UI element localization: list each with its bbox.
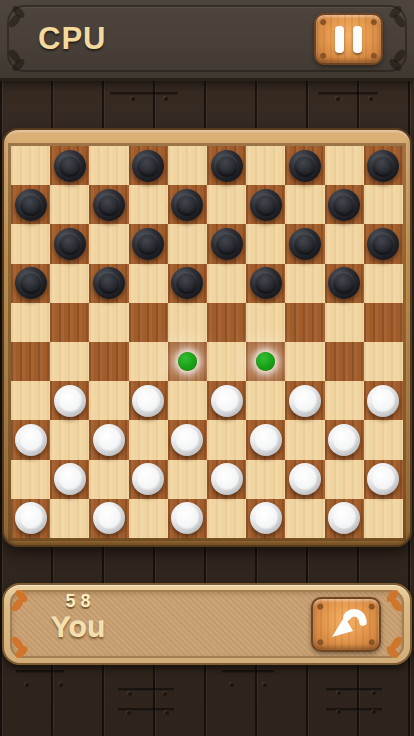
white-piece[interactable] (250, 502, 282, 534)
board-square (129, 342, 168, 381)
piece-face (332, 428, 356, 452)
piece-face (137, 155, 159, 177)
board-square[interactable] (207, 224, 246, 263)
white-piece[interactable] (132, 463, 164, 495)
piece-face (254, 428, 278, 452)
piece-face (58, 389, 82, 413)
plank-seam (318, 92, 378, 95)
piece-face (255, 272, 277, 294)
board-square (168, 460, 207, 499)
board-square[interactable] (50, 146, 89, 185)
board-square (325, 381, 364, 420)
black-piece[interactable] (289, 228, 321, 260)
board-square (129, 264, 168, 303)
black-piece[interactable] (211, 228, 243, 260)
white-piece[interactable] (367, 463, 399, 495)
board-square[interactable] (89, 420, 128, 459)
piece-face (372, 155, 394, 177)
white-piece[interactable] (171, 502, 203, 534)
board-square[interactable] (11, 499, 50, 538)
board-square[interactable] (129, 303, 168, 342)
piece-face (137, 233, 159, 255)
black-piece[interactable] (171, 189, 203, 221)
piece-face (294, 155, 316, 177)
board-square[interactable] (89, 499, 128, 538)
piece-face (97, 506, 121, 530)
white-piece[interactable] (367, 385, 399, 417)
board-square[interactable] (364, 460, 403, 499)
piece-face (175, 506, 199, 530)
black-piece[interactable] (367, 150, 399, 182)
white-piece[interactable] (289, 385, 321, 417)
black-piece[interactable] (250, 267, 282, 299)
white-piece[interactable] (211, 463, 243, 495)
black-piece[interactable] (328, 189, 360, 221)
corner-ornament (381, 589, 405, 613)
board-square[interactable] (168, 185, 207, 224)
piece-face (176, 272, 198, 294)
black-piece[interactable] (328, 267, 360, 299)
board-square[interactable] (246, 264, 285, 303)
piece-face (136, 467, 160, 491)
corner-ornament (384, 48, 408, 72)
player-info: 58 You (26, 591, 130, 642)
board-square[interactable] (168, 420, 207, 459)
board-square[interactable] (285, 460, 324, 499)
white-piece[interactable] (328, 502, 360, 534)
plank-seam (110, 92, 178, 95)
piece-face (19, 428, 43, 452)
board-square (207, 499, 246, 538)
board-square (11, 381, 50, 420)
white-piece[interactable] (54, 463, 86, 495)
board-square[interactable] (207, 381, 246, 420)
piece-face (372, 233, 394, 255)
board-square (246, 303, 285, 342)
white-piece[interactable] (93, 502, 125, 534)
board-square[interactable] (285, 303, 324, 342)
move-hint-dot[interactable] (256, 352, 275, 371)
board-square[interactable] (325, 264, 364, 303)
board-square (207, 420, 246, 459)
corner-ornament (381, 635, 405, 659)
board-square[interactable] (207, 146, 246, 185)
piece-face (254, 506, 278, 530)
board-square (364, 420, 403, 459)
board-square (50, 342, 89, 381)
board-square (50, 499, 89, 538)
undo-button[interactable] (311, 597, 381, 652)
piece-face (293, 389, 317, 413)
board-square[interactable] (364, 224, 403, 263)
board-square[interactable] (246, 499, 285, 538)
piece-face (293, 467, 317, 491)
board-square[interactable] (89, 264, 128, 303)
board-square[interactable] (246, 420, 285, 459)
white-piece[interactable] (93, 424, 125, 456)
piece-face (332, 506, 356, 530)
board-square[interactable] (50, 381, 89, 420)
opponent-name: CPU (38, 21, 106, 57)
board-square[interactable] (11, 420, 50, 459)
board-square[interactable] (325, 420, 364, 459)
piece-face (58, 467, 82, 491)
board-square[interactable] (364, 146, 403, 185)
piece-face (98, 272, 120, 294)
board-square[interactable] (325, 185, 364, 224)
undo-arrow-icon (324, 606, 368, 644)
turn-timer: 58 (26, 591, 130, 612)
piece-face (294, 233, 316, 255)
board-square[interactable] (207, 460, 246, 499)
piece-face (215, 467, 239, 491)
board-square[interactable] (129, 146, 168, 185)
plank-seam (16, 670, 64, 673)
black-piece[interactable] (93, 189, 125, 221)
piece-face (333, 272, 355, 294)
plank-seam (326, 688, 382, 691)
board-square[interactable] (129, 460, 168, 499)
white-piece[interactable] (211, 385, 243, 417)
board-square (207, 342, 246, 381)
board-square[interactable] (50, 303, 89, 342)
black-piece[interactable] (93, 267, 125, 299)
plank-seam (326, 708, 382, 711)
black-piece[interactable] (211, 150, 243, 182)
board-square[interactable] (168, 342, 207, 381)
piece-face (136, 389, 160, 413)
piece-face (175, 428, 199, 452)
black-piece[interactable] (171, 267, 203, 299)
white-piece[interactable] (15, 424, 47, 456)
player-name: You (26, 612, 130, 642)
board-square (50, 264, 89, 303)
board-square (285, 342, 324, 381)
corner-ornament (6, 5, 30, 29)
board-square (168, 381, 207, 420)
board-square[interactable] (364, 303, 403, 342)
board-square (246, 381, 285, 420)
board-square[interactable] (129, 224, 168, 263)
piece-face (333, 194, 355, 216)
board-square (246, 460, 285, 499)
board-square (325, 303, 364, 342)
piece-face (97, 428, 121, 452)
board-square (129, 499, 168, 538)
white-piece[interactable] (171, 424, 203, 456)
board-square (50, 185, 89, 224)
white-piece[interactable] (54, 385, 86, 417)
board-square (129, 185, 168, 224)
board-square (285, 264, 324, 303)
board-square (285, 185, 324, 224)
corner-ornament (6, 48, 30, 72)
board-square (11, 224, 50, 263)
piece-face (255, 194, 277, 216)
board-square (285, 420, 324, 459)
black-piece[interactable] (54, 150, 86, 182)
piece-face (59, 233, 81, 255)
board-square[interactable] (285, 224, 324, 263)
board-square (50, 420, 89, 459)
board-square (285, 499, 324, 538)
board-square[interactable] (325, 342, 364, 381)
corner-ornament (384, 5, 408, 29)
piece-face (98, 194, 120, 216)
piece-face (176, 194, 198, 216)
board-square[interactable] (11, 185, 50, 224)
board-square (168, 303, 207, 342)
board-square (246, 224, 285, 263)
board-square[interactable] (285, 146, 324, 185)
board-square (89, 224, 128, 263)
board-square[interactable] (50, 460, 89, 499)
black-piece[interactable] (15, 189, 47, 221)
black-piece[interactable] (250, 189, 282, 221)
board-square[interactable] (168, 499, 207, 538)
black-piece[interactable] (132, 150, 164, 182)
board-square (325, 460, 364, 499)
board-square (11, 146, 50, 185)
white-piece[interactable] (132, 385, 164, 417)
plank-seam (222, 670, 274, 673)
white-piece[interactable] (328, 424, 360, 456)
board-square[interactable] (129, 381, 168, 420)
board-square (129, 420, 168, 459)
white-piece[interactable] (15, 502, 47, 534)
checkers-app: CPU 58 You (0, 0, 414, 736)
board-square (364, 264, 403, 303)
black-piece[interactable] (15, 267, 47, 299)
board-square (207, 264, 246, 303)
piece-face (59, 155, 81, 177)
board-square[interactable] (89, 342, 128, 381)
board-square (325, 224, 364, 263)
board-square[interactable] (207, 303, 246, 342)
board-square (89, 146, 128, 185)
board-square (207, 185, 246, 224)
white-piece[interactable] (250, 424, 282, 456)
pause-button[interactable] (314, 13, 383, 65)
board-square[interactable] (89, 185, 128, 224)
piece-face (20, 194, 42, 216)
board-square (11, 303, 50, 342)
board-square (89, 381, 128, 420)
piece-face (216, 233, 238, 255)
black-piece[interactable] (367, 228, 399, 260)
board-square (364, 499, 403, 538)
piece-face (216, 155, 238, 177)
board-square[interactable] (11, 264, 50, 303)
board-square (246, 146, 285, 185)
piece-face (215, 389, 239, 413)
board-square[interactable] (285, 381, 324, 420)
white-piece[interactable] (289, 463, 321, 495)
piece-face (371, 389, 395, 413)
board-square (364, 342, 403, 381)
board-square[interactable] (246, 185, 285, 224)
piece-face (20, 272, 42, 294)
board-square (325, 146, 364, 185)
move-hint-dot[interactable] (178, 352, 197, 371)
board-square[interactable] (168, 264, 207, 303)
board-square[interactable] (325, 499, 364, 538)
board-square[interactable] (364, 381, 403, 420)
board-square (89, 303, 128, 342)
board-square[interactable] (11, 342, 50, 381)
piece-face (19, 506, 43, 530)
black-piece[interactable] (54, 228, 86, 260)
black-piece[interactable] (289, 150, 321, 182)
pause-icon (335, 26, 362, 53)
board-square (168, 224, 207, 263)
plank-seam (118, 708, 174, 711)
board-square (11, 460, 50, 499)
player-bar: 58 You (2, 583, 412, 665)
checkers-board (11, 146, 403, 538)
opponent-bar: CPU (0, 0, 414, 81)
piece-face (371, 467, 395, 491)
board-square (168, 146, 207, 185)
board-square[interactable] (246, 342, 285, 381)
board-square[interactable] (50, 224, 89, 263)
board-square (89, 460, 128, 499)
plank-seam (118, 688, 174, 691)
board-square (364, 185, 403, 224)
black-piece[interactable] (132, 228, 164, 260)
